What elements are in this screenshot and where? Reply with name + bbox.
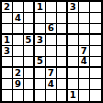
cell-r3c6-empty[interactable] xyxy=(57,24,68,35)
cell-r4c8-empty[interactable] xyxy=(79,35,90,46)
cell-r1c4-given: 1 xyxy=(35,2,46,13)
cell-r4c9-empty[interactable] xyxy=(90,35,101,46)
cell-r1c5-empty[interactable] xyxy=(46,2,57,13)
cell-r2c9-empty[interactable] xyxy=(90,13,101,24)
cell-r1c9-empty[interactable] xyxy=(90,2,101,13)
cell-r2c8-empty[interactable] xyxy=(79,13,90,24)
cell-r3c5-given: 6 xyxy=(46,24,57,35)
cell-r5c1-given: 3 xyxy=(2,46,13,57)
cell-r8c1-empty[interactable] xyxy=(2,79,13,90)
cell-r8c5-given: 4 xyxy=(46,79,57,90)
cell-r3c7-empty[interactable] xyxy=(68,24,79,35)
cell-r1c8-empty[interactable] xyxy=(79,2,90,13)
cell-r3c9-empty[interactable] xyxy=(90,24,101,35)
cell-r7c6-empty[interactable] xyxy=(57,68,68,79)
cell-r7c2-given: 2 xyxy=(13,68,24,79)
cell-r2c4-empty[interactable] xyxy=(35,13,46,24)
cell-r9c8-empty[interactable] xyxy=(79,90,90,101)
cell-r2c7-empty[interactable] xyxy=(68,13,79,24)
cell-r5c7-empty[interactable] xyxy=(68,46,79,57)
cell-r6c3-empty[interactable] xyxy=(24,57,35,68)
cell-r5c9-empty[interactable] xyxy=(90,46,101,57)
cell-r3c2-empty[interactable] xyxy=(13,24,24,35)
cell-r6c5-empty[interactable] xyxy=(46,57,57,68)
cell-r3c3-empty[interactable] xyxy=(24,24,35,35)
cell-r4c7-empty[interactable] xyxy=(68,35,79,46)
cell-r7c9-empty[interactable] xyxy=(90,68,101,79)
cell-r4c3-given: 5 xyxy=(24,35,35,46)
cell-r8c3-empty[interactable] xyxy=(24,79,35,90)
cell-r4c6-empty[interactable] xyxy=(57,35,68,46)
cell-r7c8-empty[interactable] xyxy=(79,68,90,79)
cell-r9c7-given: 1 xyxy=(68,90,79,101)
cell-r5c3-empty[interactable] xyxy=(24,46,35,57)
cell-r8c2-given: 9 xyxy=(13,79,24,90)
cell-r9c4-empty[interactable] xyxy=(35,90,46,101)
cell-r2c2-given: 4 xyxy=(13,13,24,24)
cell-r8c9-empty[interactable] xyxy=(90,79,101,90)
cell-r8c8-empty[interactable] xyxy=(79,79,90,90)
cell-r3c4-empty[interactable] xyxy=(35,24,46,35)
cell-r1c1-given: 2 xyxy=(2,2,13,13)
cell-r9c1-empty[interactable] xyxy=(2,90,13,101)
cell-r6c9-empty[interactable] xyxy=(90,57,101,68)
cell-r1c6-empty[interactable] xyxy=(57,2,68,13)
cell-r1c7-given: 3 xyxy=(68,2,79,13)
cell-r8c6-empty[interactable] xyxy=(57,79,68,90)
cell-r6c2-empty[interactable] xyxy=(13,57,24,68)
cell-r2c3-empty[interactable] xyxy=(24,13,35,24)
cell-r4c4-given: 3 xyxy=(35,35,46,46)
cell-r4c1-given: 1 xyxy=(2,35,13,46)
cell-r7c7-empty[interactable] xyxy=(68,68,79,79)
cell-r6c8-given: 4 xyxy=(79,57,90,68)
cell-r9c5-empty[interactable] xyxy=(46,90,57,101)
cell-r4c2-empty[interactable] xyxy=(13,35,24,46)
cell-r1c3-empty[interactable] xyxy=(24,2,35,13)
cell-r6c4-given: 5 xyxy=(35,57,46,68)
cell-r7c4-empty[interactable] xyxy=(35,68,46,79)
cell-r7c5-given: 7 xyxy=(46,68,57,79)
cell-r5c5-empty[interactable] xyxy=(46,46,57,57)
cell-r7c1-empty[interactable] xyxy=(2,68,13,79)
cell-r6c6-empty[interactable] xyxy=(57,57,68,68)
cell-r1c2-empty[interactable] xyxy=(13,2,24,13)
cell-r6c1-empty[interactable] xyxy=(2,57,13,68)
cell-r4c5-empty[interactable] xyxy=(46,35,57,46)
cell-r2c1-empty[interactable] xyxy=(2,13,13,24)
cell-r8c7-empty[interactable] xyxy=(68,79,79,90)
cell-r7c3-empty[interactable] xyxy=(24,68,35,79)
cell-r9c9-empty[interactable] xyxy=(90,90,101,101)
cell-r9c2-empty[interactable] xyxy=(13,90,24,101)
cell-r2c6-empty[interactable] xyxy=(57,13,68,24)
cell-r5c2-empty[interactable] xyxy=(13,46,24,57)
sudoku-board: 21346153375427941 xyxy=(0,0,103,103)
cell-r3c1-empty[interactable] xyxy=(2,24,13,35)
cell-r9c6-empty[interactable] xyxy=(57,90,68,101)
cell-r3c8-empty[interactable] xyxy=(79,24,90,35)
cell-r6c7-empty[interactable] xyxy=(68,57,79,68)
cell-r8c4-empty[interactable] xyxy=(35,79,46,90)
cell-r9c3-empty[interactable] xyxy=(24,90,35,101)
cell-r5c6-empty[interactable] xyxy=(57,46,68,57)
